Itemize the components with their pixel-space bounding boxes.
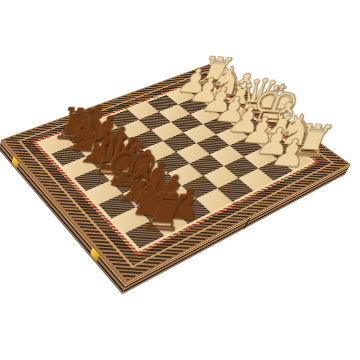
white-rook-a1: ♜ xyxy=(191,52,227,91)
brass-hinge-icon xyxy=(12,156,18,169)
white-pawn-c2: ♟ xyxy=(197,81,232,117)
white-pawn-f2: ♟ xyxy=(237,111,274,149)
black-pawn-c7: ♟ xyxy=(93,121,132,161)
white-pawn-g2: ♟ xyxy=(251,122,289,161)
white-bishop-c1: ♝ xyxy=(216,67,253,110)
white-queen-d1: ♛ xyxy=(229,71,269,120)
white-knight-b1: ♞ xyxy=(203,60,239,100)
white-pawn-h2: ♟ xyxy=(266,133,305,173)
black-pawn-g7: ♟ xyxy=(144,169,186,212)
black-bishop-f8: ♝ xyxy=(106,157,151,209)
white-pawn-a2: ♟ xyxy=(173,63,207,98)
black-bishop-c8: ♝ xyxy=(69,121,112,170)
black-knight-g8: ♞ xyxy=(119,173,165,224)
black-king-e8: ♚ xyxy=(93,134,141,195)
white-pawn-e2: ♟ xyxy=(223,101,260,138)
black-pawn-d7: ♟ xyxy=(105,132,145,172)
white-bishop-f1: ♝ xyxy=(256,96,296,141)
white-king-e1: ♚ xyxy=(242,77,284,130)
black-pawn-f7: ♟ xyxy=(130,156,171,198)
white-knight-g1: ♞ xyxy=(270,108,310,152)
pieces-layer: ♜♟♞♟♝♟♛♟♚♟♝♟♟♞♜♟♟♜♞♟♟♝♟♛♟♚♟♝♟♞♟♜ xyxy=(1,64,351,283)
black-knight-b8: ♞ xyxy=(58,112,99,158)
black-pawn-b7: ♟ xyxy=(81,110,119,149)
black-rook-a8: ♜ xyxy=(47,102,87,147)
white-rook-h1: ♜ xyxy=(285,118,325,163)
chess-board-box: ♜♟♞♟♝♟♛♟♚♟♝♟♟♞♜♟♟♜♞♟♟♝♟♛♟♚♟♝♟♞♟♜ xyxy=(1,64,351,283)
white-pawn-b2: ♟ xyxy=(185,72,220,108)
black-rook-h8: ♜ xyxy=(133,186,180,238)
product-photo: ♜♟♞♟♝♟♛♟♚♟♝♟♟♞♜♟♟♜♞♟♟♝♟♛♟♚♟♝♟♞♟♜ xyxy=(0,0,360,360)
white-pawn-d2: ♟ xyxy=(210,91,246,128)
black-pawn-e7: ♟ xyxy=(117,144,157,185)
black-queen-d8: ♛ xyxy=(81,127,127,183)
black-pawn-a7: ♟ xyxy=(70,99,107,137)
black-pawn-h7: ♟ xyxy=(158,182,201,226)
